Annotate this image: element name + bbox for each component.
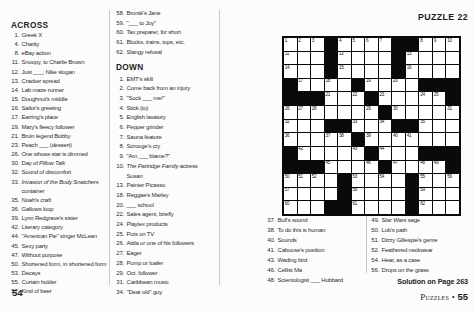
clue-text: Painter Picasso: [127, 181, 166, 191]
cell-number: 47: [393, 160, 398, 166]
grid-cell[interactable]: [433, 120, 446, 133]
grid-cell[interactable]: 48: [419, 161, 432, 174]
clue-text: Literary category: [22, 223, 63, 232]
grid-cell[interactable]: 47: [392, 161, 405, 174]
clue-item: 16.Sailor's greeting: [8, 104, 108, 113]
clue-number: 34.: [113, 288, 124, 298]
clue-number: 49.: [368, 215, 379, 225]
grid-cell[interactable]: 4: [338, 38, 351, 51]
grid-cell[interactable]: [433, 65, 446, 78]
clue-item: 13.Cracker spread: [8, 77, 108, 86]
clue-text: Day of Pillow Talk: [22, 159, 66, 168]
grid-cell[interactable]: [365, 52, 378, 65]
cell-number: 24: [420, 92, 425, 98]
grid-cell[interactable]: 3: [311, 38, 324, 51]
grid-cell[interactable]: 34: [379, 120, 392, 133]
cell-number: 46: [366, 160, 371, 166]
grid-cell[interactable]: [311, 188, 324, 201]
black-cell: [365, 147, 378, 160]
clue-number: 24.: [113, 220, 124, 230]
clue-number: 19.: [8, 123, 19, 132]
grid-cell[interactable]: [433, 52, 446, 65]
grid-cell[interactable]: 10: [446, 38, 459, 51]
black-cell: [325, 120, 338, 133]
cell-number: 2: [298, 38, 300, 44]
grid-cell[interactable]: [433, 174, 446, 187]
grid-cell[interactable]: 31: [446, 106, 459, 119]
cell-number: 35: [420, 119, 425, 125]
clue-item: 59."___ to Joy": [113, 19, 217, 29]
clue-text: Sounds: [278, 235, 297, 245]
grid-cell[interactable]: 18: [325, 79, 338, 92]
grid-cell[interactable]: 46: [365, 161, 378, 174]
grid-cell[interactable]: [311, 52, 324, 65]
clue-text: eBay action: [22, 49, 51, 58]
cell-number: 14: [285, 65, 290, 71]
grid-cell[interactable]: 52: [311, 174, 324, 187]
grid-cell[interactable]: [446, 65, 459, 78]
grid-cell[interactable]: [338, 92, 351, 105]
clue-text: Attila or one of his followers: [127, 239, 194, 249]
grid-cell[interactable]: 21: [325, 92, 338, 105]
cell-number: 39: [366, 133, 371, 139]
grid-cell[interactable]: [365, 120, 378, 133]
black-cell: [446, 79, 459, 92]
grid-cell[interactable]: 1: [284, 38, 297, 51]
grid-cell[interactable]: [433, 106, 446, 119]
cell-number: 61: [352, 201, 357, 207]
grid-cell[interactable]: [406, 147, 419, 160]
grid-cell[interactable]: 44: [379, 147, 392, 160]
clue-item: 37.Bull's sound: [264, 215, 364, 225]
cell-number: 43: [352, 146, 357, 152]
grid-cell[interactable]: [392, 147, 405, 160]
clue-number: 50.: [8, 260, 19, 269]
grid-cell[interactable]: [406, 79, 419, 92]
clue-number: 1.: [113, 75, 124, 85]
clue-text: Come back from an injury: [127, 84, 191, 94]
grid-cell[interactable]: 59: [419, 188, 432, 201]
across-continued-clue-list: 58.Brontë's Jane59."___ to Joy"60.Tax pr…: [113, 9, 217, 58]
cell-number: 17: [298, 78, 303, 84]
grid-cell[interactable]: 19: [365, 79, 378, 92]
clue-text: ___ school: [127, 201, 154, 211]
grid-cell[interactable]: [379, 79, 392, 92]
grid-cell[interactable]: [379, 65, 392, 78]
crossword-grid[interactable]: 1234567891011121314151617181920212223242…: [282, 36, 461, 216]
grid-cell[interactable]: 13: [406, 52, 419, 65]
black-cell: [284, 161, 297, 174]
grid-cell[interactable]: 27: [298, 106, 311, 119]
grid-cell[interactable]: [311, 120, 324, 133]
grid-cell[interactable]: 38: [338, 133, 351, 146]
black-cell: [392, 38, 405, 51]
grid-cell[interactable]: 17: [298, 79, 311, 92]
across-clues-column: ACROSS 1.Greek X4.Charity8.eBay action11…: [8, 20, 108, 297]
cell-number: 22: [352, 92, 357, 98]
grid-cell[interactable]: [379, 201, 392, 214]
clue-text: Shortened form, in shortened form: [22, 260, 107, 269]
grid-cell[interactable]: 11: [284, 52, 297, 65]
grid-cell[interactable]: [311, 79, 324, 92]
cell-number: 10: [447, 38, 452, 44]
clue-text: Lab maze runner: [22, 86, 64, 95]
grid-cell[interactable]: [406, 106, 419, 119]
down-clues-continued-left-column: 37.Bull's sound38.To do this is human40.…: [264, 215, 364, 285]
clue-item: 49.Star Wars sage: [368, 215, 468, 225]
grid-cell[interactable]: [298, 120, 311, 133]
grid-cell[interactable]: 32: [284, 120, 297, 133]
clue-item: 31.Caribbean music: [113, 278, 217, 288]
clue-item: 29.Oct. follower: [113, 269, 217, 279]
cell-number: 1: [285, 38, 287, 44]
clue-number: 6.: [113, 123, 124, 133]
grid-cell[interactable]: [338, 147, 351, 160]
grid-cell[interactable]: [406, 92, 419, 105]
clue-number: 59.: [113, 19, 124, 29]
black-cell: [338, 120, 351, 133]
grid-cell[interactable]: 50: [284, 174, 297, 187]
grid-cell[interactable]: 26: [284, 106, 297, 119]
clue-number: 61.: [113, 38, 124, 48]
grid-cell[interactable]: [379, 133, 392, 146]
clue-text: Lob's path: [382, 225, 408, 235]
cell-number: 51: [298, 174, 303, 180]
grid-cell[interactable]: 53: [352, 174, 365, 187]
grid-cell[interactable]: 23: [379, 92, 392, 105]
grid-cell[interactable]: [365, 201, 378, 214]
clue-item: 15.Doughnut's middle: [8, 95, 108, 104]
grid-cell[interactable]: 14: [284, 65, 297, 78]
grid-cell[interactable]: 41: [406, 133, 419, 146]
clue-item: 27.Eager: [113, 249, 217, 259]
clue-item: 55.Curtain holder: [8, 278, 108, 287]
grid-cell[interactable]: [298, 188, 311, 201]
grid-cell[interactable]: 29: [365, 106, 378, 119]
grid-cell[interactable]: 8: [419, 38, 432, 51]
clue-number: 37.: [264, 215, 275, 225]
grid-cell[interactable]: [446, 52, 459, 65]
grid-cell[interactable]: [392, 174, 405, 187]
cell-number: 41: [407, 133, 412, 139]
page-number-left: 54: [12, 287, 23, 298]
grid-cell[interactable]: [338, 161, 351, 174]
grid-cell[interactable]: 54: [379, 174, 392, 187]
clue-text: Oct. follower: [127, 269, 158, 279]
grid-cell[interactable]: [365, 188, 378, 201]
clue-number: 40.: [264, 235, 275, 245]
clue-number: 8.: [8, 49, 19, 58]
grid-cell[interactable]: [446, 120, 459, 133]
cell-number: 30: [393, 106, 398, 112]
grid-cell[interactable]: [311, 133, 324, 146]
grid-cell[interactable]: 28: [311, 106, 324, 119]
black-cell: [433, 79, 446, 92]
clue-text: Cellist Ma: [278, 265, 302, 275]
cell-number: 45: [325, 160, 330, 166]
clue-text: Without purpose: [22, 251, 63, 260]
grid-cell[interactable]: [365, 174, 378, 187]
black-cell: [284, 92, 297, 105]
grid-cell[interactable]: [392, 188, 405, 201]
clue-item: 48.Scientologist ___ Hubbard: [264, 275, 364, 285]
clue-item: 40.Sounds: [264, 235, 364, 245]
clue-item: 42.Literary category: [8, 223, 108, 232]
clue-number: 56.: [368, 265, 379, 275]
clue-number: 26.: [113, 239, 124, 249]
cell-number: 33: [352, 119, 357, 125]
grid-cell[interactable]: [433, 188, 446, 201]
grid-cell[interactable]: [419, 52, 432, 65]
cell-number: 12: [339, 51, 344, 57]
cell-number: 36: [285, 133, 290, 139]
clue-item: 24.Playtex products: [113, 220, 217, 230]
series-label: Puzzles: [420, 292, 449, 302]
column-divider: [219, 10, 220, 285]
grid-cell[interactable]: 60: [284, 201, 297, 214]
grid-cell[interactable]: 12: [338, 52, 351, 65]
grid-cell[interactable]: [419, 133, 432, 146]
down-header: DOWN: [116, 62, 217, 73]
clue-text: Scrooge's cry: [127, 142, 161, 152]
black-cell: [446, 147, 459, 160]
grid-cell[interactable]: 39: [365, 133, 378, 146]
clue-item: 6.Pepper grinder: [113, 123, 217, 133]
solution-note: Solution on Page 263: [368, 277, 468, 286]
clue-item: 7.Sauna feature: [113, 133, 217, 143]
clue-text: Sailor's greeting: [22, 104, 61, 113]
grid-cell[interactable]: [392, 201, 405, 214]
clue-number: 4.: [113, 104, 124, 114]
clue-text: Star Wars sage: [382, 215, 420, 225]
clue-text-continuation: container: [22, 187, 109, 196]
book-page: ACROSS 1.Greek X4.Charity8.eBay action11…: [0, 0, 474, 312]
grid-cell[interactable]: 45: [325, 161, 338, 174]
grid-cell[interactable]: [352, 52, 365, 65]
cell-number: 62: [420, 201, 425, 207]
grid-cell[interactable]: 9: [433, 38, 446, 51]
middle-clues-column: 58.Brontë's Jane59."___ to Joy"60.Tax pr…: [113, 9, 217, 298]
clue-item: 1.Greek X: [8, 31, 108, 40]
clue-number: 8.: [113, 142, 124, 152]
cell-number: 52: [312, 174, 317, 180]
black-cell: [311, 161, 324, 174]
grid-cell[interactable]: [311, 147, 324, 160]
cell-number: 42: [298, 146, 303, 152]
grid-cell[interactable]: [298, 65, 311, 78]
clue-number: 11.: [8, 58, 19, 67]
cell-number: 49: [434, 160, 439, 166]
grid-cell[interactable]: 16: [406, 65, 419, 78]
clue-item: 9."Am ___ blame?": [113, 152, 217, 162]
grid-cell[interactable]: [365, 65, 378, 78]
clue-text: Eager: [127, 249, 142, 259]
grid-cell[interactable]: [311, 201, 324, 214]
clue-text: Feathered neckwear: [382, 245, 433, 255]
clue-item: 8.eBay action: [8, 49, 108, 58]
clue-number: 18.: [113, 191, 124, 201]
grid-cell[interactable]: [433, 201, 446, 214]
clue-number: 22.: [113, 210, 124, 220]
clue-number: 23.: [8, 141, 19, 150]
clue-number: 1.: [8, 31, 19, 40]
grid-cell[interactable]: [392, 92, 405, 105]
clue-item: 5.English lavatory: [113, 113, 217, 123]
clue-number: 55.: [8, 278, 19, 287]
grid-cell[interactable]: 35: [419, 120, 432, 133]
clue-number: 47.: [8, 251, 19, 260]
grid-cell[interactable]: [433, 133, 446, 146]
cell-number: 15: [339, 65, 344, 71]
down-clues-continued-right-column: 49.Star Wars sage50.Lob's path51.Dizzy G…: [368, 215, 468, 275]
grid-cell[interactable]: [325, 188, 338, 201]
black-cell: [298, 161, 311, 174]
clue-number: 46.: [264, 265, 275, 275]
clue-text: Snoopy, to Charlie Brown: [22, 58, 85, 67]
cell-number: 32: [285, 119, 290, 125]
clue-text: Dizzy Gillespie's genre: [382, 235, 438, 245]
clue-text: Peach ___ (dessert): [22, 141, 72, 150]
grid-cell[interactable]: 22: [352, 92, 365, 105]
grid-cell[interactable]: [311, 65, 324, 78]
cell-number: 31: [447, 106, 452, 112]
clue-number: 13.: [113, 181, 124, 191]
clue-item: 21.Bruin legend Bobby: [8, 132, 108, 141]
grid-cell[interactable]: 37: [325, 133, 338, 146]
puzzle-title: PUZZLE 22: [418, 12, 468, 22]
grid-cell[interactable]: [352, 161, 365, 174]
grid-cell[interactable]: 58: [352, 188, 365, 201]
black-cell: [298, 92, 311, 105]
grid-cell[interactable]: 49: [433, 161, 446, 174]
grid-cell[interactable]: 57: [284, 188, 297, 201]
grid-cell[interactable]: [338, 79, 351, 92]
grid-cell[interactable]: [419, 106, 432, 119]
across-header: ACROSS: [11, 20, 108, 31]
clue-item: 8.Scrooge's cry: [113, 142, 217, 152]
cell-number: 40: [393, 133, 398, 139]
clue-number: 62.: [113, 48, 124, 58]
cell-number: 21: [325, 92, 330, 98]
clue-text: Bull's sound: [278, 215, 308, 225]
grid-cell[interactable]: 40: [392, 133, 405, 146]
clue-text: Decays: [22, 269, 41, 278]
grid-cell[interactable]: 2: [298, 38, 311, 51]
down-continued-left-list: 37.Bull's sound38.To do this is human40.…: [264, 215, 364, 285]
black-cell: [406, 38, 419, 51]
clue-item: 13.Painter Picasso: [113, 181, 217, 191]
grid-cell[interactable]: 25: [433, 92, 446, 105]
grid-cell[interactable]: 56: [446, 174, 459, 187]
clue-item: 23.Peach ___ (dessert): [8, 141, 108, 150]
grid-cell[interactable]: [338, 106, 351, 119]
grid-cell[interactable]: 24: [419, 92, 432, 105]
grid-cell[interactable]: 6: [365, 38, 378, 51]
grid-cell[interactable]: [446, 188, 459, 201]
grid-cell[interactable]: [325, 174, 338, 187]
clue-text: "Dear old" guy: [127, 288, 162, 298]
clue-item: 36.Gallows loop: [8, 205, 108, 214]
page-number-right: 55: [457, 291, 468, 302]
grid-cell[interactable]: 15: [338, 65, 351, 78]
cell-number: 50: [285, 174, 290, 180]
clue-text: Tax preparer, for short: [127, 28, 181, 38]
grid-cell[interactable]: [352, 106, 365, 119]
grid-cell[interactable]: 7: [379, 38, 392, 51]
clue-item: 20.___ school: [113, 201, 217, 211]
grid-cell[interactable]: [379, 52, 392, 65]
grid-cell[interactable]: [298, 52, 311, 65]
clue-number: 43.: [264, 255, 275, 265]
cell-number: 9: [434, 38, 436, 44]
clue-item: 12.Just ___; Nike slogan: [8, 68, 108, 77]
grid-cell[interactable]: [446, 201, 459, 214]
black-cell: [284, 147, 297, 160]
clue-item: 22.Sales agent, briefly: [113, 210, 217, 220]
clue-text: Greek X: [22, 31, 43, 40]
clue-text: Mary's fleecy follower: [22, 123, 75, 132]
grid-cell[interactable]: 61: [352, 201, 365, 214]
grid-cell[interactable]: 42: [298, 147, 311, 160]
grid-cell[interactable]: 5: [352, 38, 365, 51]
clue-number: 48.: [264, 275, 275, 285]
clue-item: 58.Brontë's Jane: [113, 9, 217, 19]
clue-text: Charity: [22, 40, 40, 49]
clue-text: Doughnut's middle: [22, 95, 68, 104]
black-cell: [392, 120, 405, 133]
grid-cell[interactable]: 43: [352, 147, 365, 160]
grid-cell[interactable]: [352, 65, 365, 78]
grid-cell[interactable]: [446, 133, 459, 146]
cell-number: 54: [380, 174, 385, 180]
grid-cell[interactable]: [419, 65, 432, 78]
clue-number: 41.: [264, 245, 275, 255]
grid-cell[interactable]: 36: [284, 133, 297, 146]
grid-cell[interactable]: 30: [392, 106, 405, 119]
grid-cell[interactable]: [298, 201, 311, 214]
cell-number: 38: [339, 133, 344, 139]
grid-cell[interactable]: [298, 133, 311, 146]
clue-text: Kind of beer: [22, 287, 52, 296]
grid-cell[interactable]: [406, 161, 419, 174]
black-cell: [311, 92, 324, 105]
clue-number: 12.: [8, 68, 19, 77]
clue-text: Earring's place: [22, 113, 59, 122]
clue-number: 58.: [113, 9, 124, 19]
grid-cell[interactable]: [379, 188, 392, 201]
black-cell: [406, 201, 419, 214]
clue-item: 33.Invasion of the Body Snatchers: [8, 178, 108, 187]
clue-number: 15.: [8, 95, 19, 104]
grid-cell[interactable]: 20: [392, 79, 405, 92]
clue-item: 54.Hear, as a case: [368, 255, 468, 265]
cell-number: 16: [407, 65, 412, 71]
cell-number: 7: [380, 38, 382, 44]
grid-cell[interactable]: [325, 147, 338, 160]
clue-item: 47.Without purpose: [8, 251, 108, 260]
cell-number: 11: [285, 51, 289, 57]
clue-text: Pepper grinder: [127, 123, 164, 133]
grid-cell[interactable]: 62: [419, 201, 432, 214]
grid-cell[interactable]: 51: [298, 174, 311, 187]
cell-number: 57: [285, 187, 290, 193]
grid-cell[interactable]: [325, 106, 338, 119]
clue-text: Sales agent, briefly: [127, 210, 174, 220]
clue-item: 53.Decays: [8, 269, 108, 278]
clue-text: Drops on the grass: [382, 265, 429, 275]
grid-cell[interactable]: 55: [419, 174, 432, 187]
grid-cell[interactable]: 33: [352, 120, 365, 133]
